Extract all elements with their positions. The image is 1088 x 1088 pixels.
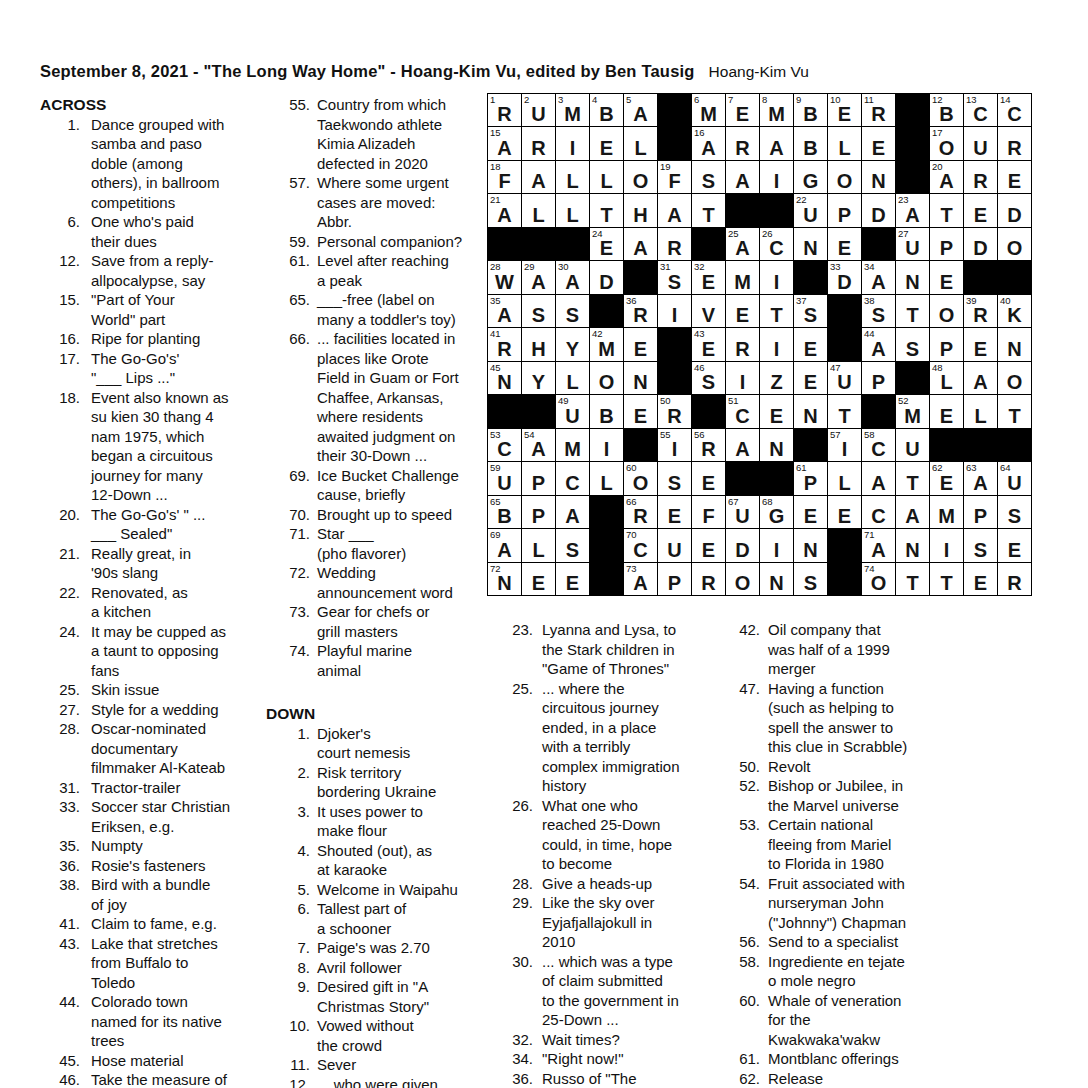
clue-number: 28.	[503, 874, 533, 894]
grid-cell[interactable]: U	[964, 127, 997, 159]
clue-number: 6.	[40, 212, 80, 232]
grid-cell[interactable]: 36R	[624, 295, 657, 327]
grid-cell[interactable]: N	[760, 429, 793, 461]
clue: 61.Level after reaching a peak	[266, 251, 486, 290]
grid-cell[interactable]: 31S	[658, 261, 691, 293]
black-cell	[658, 328, 691, 360]
grid-cell[interactable]: I	[590, 429, 623, 461]
clue: 52.Bishop or Jubilee, in the Marvel univ…	[729, 776, 955, 815]
grid-cell[interactable]: E	[692, 462, 725, 494]
cell-letter: E	[794, 328, 827, 360]
grid-cell[interactable]: P	[964, 496, 997, 528]
clue: 12.Save from a reply- allpocalypse, say	[40, 251, 270, 290]
grid-cell[interactable]: D	[964, 228, 997, 260]
clue-text: Revolt	[768, 757, 811, 777]
cell-letter: O	[930, 127, 963, 159]
grid-cell[interactable]: L	[556, 194, 589, 226]
cell-letter: A	[862, 529, 895, 561]
cell-letter: N	[896, 529, 929, 561]
grid-cell[interactable]: 43E	[692, 328, 725, 360]
grid-cell[interactable]: S	[556, 529, 589, 561]
cell-letter: Z	[760, 362, 793, 394]
grid-cell[interactable]: I	[930, 529, 963, 561]
grid-cell[interactable]: U	[896, 429, 929, 461]
black-cell	[998, 261, 1031, 293]
black-cell	[590, 529, 623, 561]
grid-cell[interactable]: E	[964, 563, 997, 595]
grid-cell[interactable]: 11R	[862, 94, 895, 126]
clue-text: Hose material	[91, 1051, 184, 1071]
clue-text: The Go-Go's' " ... ___ Sealed"	[91, 505, 205, 544]
grid-cell[interactable]: 48L	[930, 362, 963, 394]
grid-cell[interactable]: 6M	[692, 94, 725, 126]
grid-cell[interactable]: E	[828, 228, 861, 260]
grid-cell[interactable]: L	[964, 395, 997, 427]
grid-cell[interactable]: 15A	[488, 127, 521, 159]
grid-cell[interactable]: 39R	[964, 295, 997, 327]
grid-cell[interactable]: 2U	[522, 94, 555, 126]
grid-cell[interactable]: I	[556, 127, 589, 159]
grid-cell[interactable]: E	[998, 529, 1031, 561]
grid-cell[interactable]: 66R	[624, 496, 657, 528]
grid-cell[interactable]: 12B	[930, 94, 963, 126]
grid-cell[interactable]: R	[658, 228, 691, 260]
cell-letter: U	[726, 496, 759, 528]
clue-number: 56.	[729, 932, 760, 952]
black-cell	[624, 261, 657, 293]
grid-cell[interactable]: R	[522, 127, 555, 159]
grid-cell[interactable]: I	[760, 161, 793, 193]
cell-letter: D	[862, 194, 895, 226]
grid-cell[interactable]: S	[998, 496, 1031, 528]
grid-cell[interactable]: R	[964, 161, 997, 193]
grid-cell[interactable]: T	[828, 395, 861, 427]
grid-cell[interactable]: S	[556, 295, 589, 327]
grid-cell[interactable]: 10E	[828, 94, 861, 126]
grid-cell[interactable]: P	[862, 362, 895, 394]
grid-cell[interactable]: P	[522, 462, 555, 494]
grid-cell[interactable]: 63A	[964, 462, 997, 494]
grid-cell[interactable]: L	[556, 362, 589, 394]
grid-cell[interactable]: 54A	[522, 429, 555, 461]
grid-cell[interactable]: L	[828, 127, 861, 159]
grid-cell[interactable]: 46S	[692, 362, 725, 394]
clue-number: 12.	[266, 1075, 310, 1088]
cell-letter: L	[556, 362, 589, 394]
grid-cell[interactable]: 71A	[862, 529, 895, 561]
grid-cell[interactable]: E	[794, 496, 827, 528]
cell-letter: O	[930, 295, 963, 327]
clue-number: 3.	[266, 802, 310, 822]
clue: 1.Djoker's court nemesis	[266, 724, 486, 763]
clue: 65.___-free (label on many a toddler's t…	[266, 290, 486, 329]
grid-cell[interactable]: 8M	[760, 94, 793, 126]
grid-cell[interactable]: E	[794, 328, 827, 360]
grid-cell[interactable]: E	[658, 496, 691, 528]
grid-cell[interactable]: P	[930, 328, 963, 360]
grid-cell[interactable]: S	[964, 529, 997, 561]
grid-cell[interactable]: 60O	[624, 462, 657, 494]
grid-cell[interactable]: E	[862, 127, 895, 159]
grid-cell[interactable]: 49U	[556, 395, 589, 427]
cell-letter: E	[828, 496, 861, 528]
grid-cell[interactable]: 29A	[522, 261, 555, 293]
cell-letter: I	[590, 429, 623, 461]
clue: 27.Style for a wedding	[40, 700, 270, 720]
grid-cell[interactable]: G	[794, 161, 827, 193]
grid-cell[interactable]: O	[828, 161, 861, 193]
clue: 66.... facilities located in places like…	[266, 329, 486, 466]
cell-letter: P	[930, 228, 963, 260]
grid-cell[interactable]: 23A	[896, 194, 929, 226]
clue: 53.Certain national fleeing from Mariel …	[729, 815, 955, 874]
grid-cell[interactable]: N	[998, 328, 1031, 360]
grid-cell[interactable]: 21A	[488, 194, 521, 226]
cell-letter: A	[556, 261, 589, 293]
grid-cell[interactable]: 33D	[828, 261, 861, 293]
black-cell	[896, 94, 929, 126]
grid-cell[interactable]: D	[998, 194, 1031, 226]
cell-letter: L	[828, 462, 861, 494]
grid-cell[interactable]: Y	[522, 362, 555, 394]
grid-cell[interactable]: 42M	[590, 328, 623, 360]
grid-cell[interactable]: F	[692, 496, 725, 528]
grid-cell[interactable]: 16A	[692, 127, 725, 159]
clue-number: 15.	[40, 290, 80, 310]
grid-cell[interactable]: S	[522, 295, 555, 327]
grid-cell[interactable]: S	[658, 462, 691, 494]
grid-cell[interactable]: T	[760, 295, 793, 327]
clue-text: Really great, in '90s slang	[91, 544, 191, 583]
grid-cell[interactable]: E	[998, 161, 1031, 193]
grid-cell[interactable]: A	[726, 161, 759, 193]
grid-cell[interactable]: I	[726, 362, 759, 394]
grid-cell[interactable]: T	[590, 194, 623, 226]
grid-cell[interactable]: 25A	[726, 228, 759, 260]
grid-cell[interactable]: P	[930, 228, 963, 260]
grid-cell[interactable]: 68G	[760, 496, 793, 528]
grid-cell[interactable]: A	[556, 496, 589, 528]
grid-cell[interactable]: 24E	[590, 228, 623, 260]
grid-cell[interactable]: P	[828, 194, 861, 226]
grid-cell[interactable]: M	[930, 496, 963, 528]
grid-cell[interactable]: 41R	[488, 328, 521, 360]
grid-cell[interactable]: A	[760, 127, 793, 159]
grid-cell[interactable]: 61P	[794, 462, 827, 494]
grid-cell[interactable]: T	[930, 563, 963, 595]
grid-cell[interactable]: 53C	[488, 429, 521, 461]
grid-cell[interactable]: 64U	[998, 462, 1031, 494]
grid-cell[interactable]: 3M	[556, 94, 589, 126]
cell-letter: E	[998, 161, 1031, 193]
grid-cell[interactable]: 56R	[692, 429, 725, 461]
grid-cell[interactable]: N	[896, 529, 929, 561]
grid-cell[interactable]: N	[862, 161, 895, 193]
grid-cell[interactable]: 70C	[624, 529, 657, 561]
cell-letter: A	[488, 194, 521, 226]
grid-cell[interactable]: 27U	[896, 228, 929, 260]
grid-cell[interactable]: N	[794, 228, 827, 260]
grid-cell[interactable]: N	[896, 261, 929, 293]
grid-cell[interactable]: A	[624, 228, 657, 260]
grid-cell[interactable]: 67U	[726, 496, 759, 528]
clue: 24.It may be cupped as a taunt to opposi…	[40, 622, 270, 681]
grid-cell[interactable]: 38S	[862, 295, 895, 327]
grid-cell[interactable]: L	[590, 161, 623, 193]
grid-cell[interactable]: T	[692, 194, 725, 226]
grid-cell[interactable]: E	[760, 395, 793, 427]
clue-column-down-3: 42.Oil company that was half of a 1999 m…	[729, 620, 955, 1088]
grid-cell[interactable]: P	[522, 496, 555, 528]
grid-cell[interactable]: 20A	[930, 161, 963, 193]
grid-cell[interactable]: 22U	[794, 194, 827, 226]
clue: 71.Star ___ (pho flavorer)	[266, 524, 486, 563]
cell-letter: L	[930, 362, 963, 394]
grid-cell[interactable]: T	[896, 563, 929, 595]
grid-cell[interactable]: B	[590, 395, 623, 427]
grid-cell[interactable]: L	[522, 529, 555, 561]
grid-cell[interactable]: O	[590, 362, 623, 394]
cell-letter: U	[896, 228, 929, 260]
clue-number: 12.	[40, 251, 80, 271]
clue: 22.Renovated, as a kitchen	[40, 583, 270, 622]
cell-letter: A	[488, 295, 521, 327]
clue-text: Renovated, as a kitchen	[91, 583, 188, 622]
grid-cell[interactable]: S	[692, 161, 725, 193]
grid-cell[interactable]: E	[828, 496, 861, 528]
clue-number: 53.	[729, 815, 760, 835]
grid-cell[interactable]: R	[726, 127, 759, 159]
cell-letter: B	[488, 496, 521, 528]
grid-cell[interactable]: D	[862, 194, 895, 226]
grid-cell[interactable]: U	[658, 529, 691, 561]
grid-cell[interactable]: M	[726, 261, 759, 293]
grid-cell[interactable]: 7E	[726, 94, 759, 126]
grid-cell[interactable]: O	[726, 563, 759, 595]
grid-cell[interactable]: Z	[760, 362, 793, 394]
grid-cell[interactable]: H	[624, 194, 657, 226]
grid-cell[interactable]: D	[726, 529, 759, 561]
grid-cell[interactable]: 14C	[998, 94, 1031, 126]
clue-text: Release	[768, 1069, 823, 1088]
grid-cell[interactable]: L	[556, 161, 589, 193]
clue: 4.Shouted (out), as at karaoke	[266, 841, 486, 880]
grid-cell[interactable]: E	[624, 395, 657, 427]
clue: 6.One who's paid their dues	[40, 212, 270, 251]
cell-letter: O	[998, 228, 1031, 260]
grid-cell[interactable]: L	[624, 127, 657, 159]
cell-letter: E	[964, 563, 997, 595]
grid-cell[interactable]: E	[590, 127, 623, 159]
black-cell	[590, 563, 623, 595]
grid-cell[interactable]: 32E	[692, 261, 725, 293]
clue-text: ... which was a type of claim submitted …	[542, 952, 679, 1030]
grid-cell[interactable]: V	[692, 295, 725, 327]
grid-cell[interactable]: 50R	[658, 395, 691, 427]
grid-cell[interactable]: N	[794, 395, 827, 427]
cell-letter: M	[556, 429, 589, 461]
clue-text: Paige's was 2.70	[317, 938, 430, 958]
grid-cell[interactable]: I	[658, 295, 691, 327]
grid-cell[interactable]: L	[522, 194, 555, 226]
grid-cell[interactable]: I	[760, 261, 793, 293]
grid-cell[interactable]: S	[896, 328, 929, 360]
grid-cell[interactable]: A	[862, 462, 895, 494]
grid-cell[interactable]: 19F	[658, 161, 691, 193]
grid-cell[interactable]: 58C	[862, 429, 895, 461]
clue-text: Where some urgent cases are moved: Abbr.	[317, 173, 449, 232]
grid-cell[interactable]: L	[590, 462, 623, 494]
grid-cell[interactable]: 1R	[488, 94, 521, 126]
cell-letter: R	[692, 429, 725, 461]
grid-cell[interactable]: E	[964, 328, 997, 360]
cell-letter: P	[964, 496, 997, 528]
grid-cell[interactable]: 44A	[862, 328, 895, 360]
grid-cell[interactable]: B	[794, 127, 827, 159]
grid-cell[interactable]: O	[998, 362, 1031, 394]
grid-cell[interactable]: 17O	[930, 127, 963, 159]
grid-cell[interactable]: E	[930, 261, 963, 293]
grid-cell[interactable]: 69A	[488, 529, 521, 561]
grid-cell[interactable]: N	[624, 362, 657, 394]
cell-letter: E	[828, 94, 861, 126]
cell-letter: B	[930, 94, 963, 126]
black-cell	[896, 161, 929, 193]
cell-letter: D	[590, 261, 623, 293]
grid-cell[interactable]: 18F	[488, 161, 521, 193]
grid-cell[interactable]: N	[794, 529, 827, 561]
grid-cell[interactable]: T	[896, 462, 929, 494]
grid-cell[interactable]: E	[794, 362, 827, 394]
grid-cell[interactable]: A	[726, 429, 759, 461]
grid-cell[interactable]: 45N	[488, 362, 521, 394]
grid-cell[interactable]: N	[760, 563, 793, 595]
grid-cell[interactable]: E	[726, 295, 759, 327]
clue-number: 59.	[266, 232, 310, 252]
grid-cell[interactable]: I	[760, 328, 793, 360]
grid-cell[interactable]: R	[998, 127, 1031, 159]
grid-cell[interactable]: T	[930, 194, 963, 226]
grid-cell[interactable]: R	[726, 328, 759, 360]
grid-cell[interactable]: 35A	[488, 295, 521, 327]
grid-cell[interactable]: 9B	[794, 94, 827, 126]
cell-letter: T	[590, 194, 623, 226]
clue-text: Bishop or Jubilee, in the Marvel univers…	[768, 776, 903, 815]
grid-cell[interactable]: 13C	[964, 94, 997, 126]
grid-cell[interactable]: 47U	[828, 362, 861, 394]
cell-letter: L	[624, 127, 657, 159]
black-cell	[760, 194, 793, 226]
grid-cell[interactable]: 30A	[556, 261, 589, 293]
grid-cell[interactable]: C	[862, 496, 895, 528]
grid-cell[interactable]: E	[964, 194, 997, 226]
grid-cell[interactable]: A	[964, 362, 997, 394]
grid-cell[interactable]: O	[624, 161, 657, 193]
cell-letter: A	[896, 194, 929, 226]
grid-cell[interactable]: 73A	[624, 563, 657, 595]
grid-cell[interactable]: T	[998, 395, 1031, 427]
cell-letter: E	[624, 328, 657, 360]
cell-letter: V	[692, 295, 725, 327]
cell-letter: E	[522, 563, 555, 595]
grid-cell[interactable]: 28W	[488, 261, 521, 293]
grid-cell[interactable]: 4B	[590, 94, 623, 126]
grid-cell[interactable]: T	[896, 295, 929, 327]
grid-cell[interactable]: P	[658, 563, 691, 595]
grid-cell[interactable]: 55I	[658, 429, 691, 461]
grid-cell[interactable]: 51C	[726, 395, 759, 427]
grid-cell[interactable]: E	[522, 563, 555, 595]
clue-text: Send to a specialist	[768, 932, 898, 952]
grid-cell[interactable]: 57I	[828, 429, 861, 461]
black-cell	[692, 228, 725, 260]
cell-letter: N	[794, 228, 827, 260]
grid-cell[interactable]: 26C	[760, 228, 793, 260]
cell-letter: P	[658, 563, 691, 595]
cell-letter: S	[658, 462, 691, 494]
clue: 26.What one who reached 25-Down could, i…	[503, 796, 729, 874]
grid-cell[interactable]: A	[658, 194, 691, 226]
grid-cell[interactable]: Y	[556, 328, 589, 360]
grid-cell[interactable]: R	[998, 563, 1031, 595]
cell-letter: S	[794, 295, 827, 327]
grid-cell[interactable]: 34A	[862, 261, 895, 293]
grid-cell[interactable]: 37S	[794, 295, 827, 327]
grid-cell[interactable]: E	[624, 328, 657, 360]
cell-letter: A	[624, 94, 657, 126]
grid-cell[interactable]: 40K	[998, 295, 1031, 327]
cell-letter: D	[998, 194, 1031, 226]
clue-number: 25.	[503, 679, 533, 699]
cell-letter: O	[590, 362, 623, 394]
grid-cell[interactable]: O	[930, 295, 963, 327]
grid-cell[interactable]: 72N	[488, 563, 521, 595]
clue-text: ___-free (label on many a toddler's toy)	[317, 290, 456, 329]
clue: 38.Bird with a bundle of joy	[40, 875, 270, 914]
grid-cell[interactable]: M	[556, 429, 589, 461]
grid-cell[interactable]: 65B	[488, 496, 521, 528]
grid-cell[interactable]: 59U	[488, 462, 521, 494]
grid-cell[interactable]: 52M	[896, 395, 929, 427]
grid-cell[interactable]: H	[522, 328, 555, 360]
clue-number: 66.	[266, 329, 310, 349]
grid-cell[interactable]: E	[930, 395, 963, 427]
grid-cell[interactable]: E	[556, 563, 589, 595]
crossword-grid[interactable]: 1R2U3M4B5A6M7E8M9B10E11R12B13C14C15ARIEL…	[487, 93, 1032, 596]
grid-cell[interactable]: 5A	[624, 94, 657, 126]
grid-cell[interactable]: A	[896, 496, 929, 528]
cell-letter: I	[760, 529, 793, 561]
grid-cell[interactable]: C	[556, 462, 589, 494]
cell-letter: E	[726, 295, 759, 327]
clue: 35.Numpty	[40, 836, 270, 856]
grid-cell[interactable]: A	[522, 161, 555, 193]
grid-cell[interactable]: D	[590, 261, 623, 293]
grid-cell[interactable]: 74O	[862, 563, 895, 595]
cell-letter: L	[522, 194, 555, 226]
grid-cell[interactable]: O	[998, 228, 1031, 260]
black-cell	[590, 295, 623, 327]
cell-letter: R	[692, 563, 725, 595]
grid-cell[interactable]: S	[794, 563, 827, 595]
clue-number: 21.	[40, 544, 80, 564]
grid-cell[interactable]: L	[828, 462, 861, 494]
grid-cell[interactable]: 62E	[930, 462, 963, 494]
grid-cell[interactable]: R	[692, 563, 725, 595]
clue-text: Skin issue	[91, 680, 159, 700]
grid-cell[interactable]: I	[760, 529, 793, 561]
grid-cell[interactable]: E	[692, 529, 725, 561]
